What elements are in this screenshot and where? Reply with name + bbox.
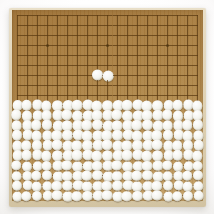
intersection[interactable] xyxy=(173,30,183,40)
white-stone[interactable] xyxy=(122,150,133,161)
intersection[interactable] xyxy=(153,70,163,80)
intersection[interactable] xyxy=(173,10,183,20)
intersection[interactable] xyxy=(42,100,52,110)
intersection[interactable] xyxy=(143,121,153,131)
intersection[interactable] xyxy=(22,111,32,121)
intersection[interactable] xyxy=(22,100,32,110)
intersection[interactable] xyxy=(143,80,153,90)
intersection[interactable] xyxy=(92,30,102,40)
white-stone[interactable] xyxy=(132,191,143,202)
intersection[interactable] xyxy=(113,30,123,40)
intersection[interactable] xyxy=(183,131,193,141)
intersection[interactable] xyxy=(22,60,32,70)
intersection[interactable] xyxy=(82,171,92,181)
intersection[interactable] xyxy=(12,50,22,60)
white-stone[interactable] xyxy=(32,191,43,202)
intersection[interactable] xyxy=(52,40,62,50)
intersection[interactable] xyxy=(72,161,82,171)
white-stone[interactable] xyxy=(12,130,23,141)
intersection[interactable] xyxy=(72,10,82,20)
intersection[interactable] xyxy=(32,121,42,131)
intersection[interactable] xyxy=(22,20,32,30)
white-stone[interactable] xyxy=(81,170,92,181)
white-stone[interactable] xyxy=(193,170,204,181)
intersection[interactable] xyxy=(113,60,123,70)
intersection[interactable] xyxy=(163,131,173,141)
intersection[interactable] xyxy=(143,100,153,110)
intersection[interactable] xyxy=(12,60,22,70)
intersection[interactable] xyxy=(62,60,72,70)
intersection[interactable] xyxy=(183,191,193,201)
intersection[interactable] xyxy=(113,80,123,90)
white-stone[interactable] xyxy=(112,160,123,171)
intersection[interactable] xyxy=(133,171,143,181)
white-stone[interactable] xyxy=(172,150,183,161)
intersection[interactable] xyxy=(72,30,82,40)
intersection[interactable] xyxy=(163,90,173,100)
intersection[interactable] xyxy=(62,50,72,60)
intersection[interactable] xyxy=(133,40,143,50)
intersection[interactable] xyxy=(62,70,72,80)
intersection[interactable] xyxy=(22,30,32,40)
intersection[interactable] xyxy=(92,151,102,161)
white-stone[interactable] xyxy=(193,190,204,201)
intersection[interactable] xyxy=(32,181,42,191)
intersection[interactable] xyxy=(82,121,92,131)
white-stone[interactable] xyxy=(102,140,113,151)
intersection[interactable] xyxy=(113,90,123,100)
intersection[interactable] xyxy=(193,40,203,50)
white-stone[interactable] xyxy=(182,170,193,181)
intersection[interactable] xyxy=(22,151,32,161)
intersection[interactable] xyxy=(82,60,92,70)
intersection[interactable] xyxy=(173,100,183,110)
intersection[interactable] xyxy=(133,50,143,60)
intersection[interactable] xyxy=(113,111,123,121)
white-stone[interactable] xyxy=(92,120,103,131)
intersection[interactable] xyxy=(52,80,62,90)
intersection[interactable] xyxy=(92,171,102,181)
white-stone[interactable] xyxy=(142,170,153,181)
white-stone[interactable] xyxy=(102,190,113,201)
intersection[interactable] xyxy=(52,30,62,40)
intersection[interactable] xyxy=(42,171,52,181)
intersection[interactable] xyxy=(102,30,112,40)
intersection[interactable] xyxy=(92,50,102,60)
white-stone[interactable] xyxy=(31,170,42,181)
white-stone[interactable] xyxy=(42,170,53,181)
intersection[interactable] xyxy=(102,80,112,90)
white-stone[interactable] xyxy=(82,191,93,202)
intersection[interactable] xyxy=(133,70,143,80)
intersection[interactable] xyxy=(22,50,32,60)
intersection[interactable] xyxy=(52,141,62,151)
white-stone[interactable] xyxy=(182,120,193,131)
intersection[interactable] xyxy=(123,111,133,121)
intersection[interactable] xyxy=(72,50,82,60)
intersection[interactable] xyxy=(32,40,42,50)
intersection[interactable] xyxy=(102,90,112,100)
intersection[interactable] xyxy=(153,30,163,40)
intersection[interactable] xyxy=(133,80,143,90)
intersection[interactable] xyxy=(102,10,112,20)
white-stone[interactable] xyxy=(61,160,72,171)
intersection[interactable] xyxy=(72,40,82,50)
intersection[interactable] xyxy=(163,30,173,40)
intersection[interactable] xyxy=(153,90,163,100)
intersection[interactable] xyxy=(153,80,163,90)
intersection[interactable] xyxy=(102,40,112,50)
intersection[interactable] xyxy=(12,80,22,90)
intersection[interactable] xyxy=(82,181,92,191)
white-stone[interactable] xyxy=(132,170,143,181)
intersection[interactable] xyxy=(72,111,82,121)
intersection[interactable] xyxy=(143,10,153,20)
star-point-icon xyxy=(46,44,49,47)
white-stone[interactable] xyxy=(81,120,92,131)
intersection[interactable] xyxy=(143,50,153,60)
intersection[interactable] xyxy=(123,10,133,20)
intersection[interactable] xyxy=(163,70,173,80)
intersection[interactable] xyxy=(52,90,62,100)
intersection[interactable] xyxy=(183,80,193,90)
intersection[interactable] xyxy=(92,121,102,131)
intersection[interactable] xyxy=(42,50,52,60)
intersection[interactable] xyxy=(193,151,203,161)
white-stone[interactable] xyxy=(142,120,153,131)
intersection[interactable] xyxy=(82,10,92,20)
intersection[interactable] xyxy=(12,40,22,50)
intersection[interactable] xyxy=(32,131,42,141)
intersection[interactable] xyxy=(153,10,163,20)
intersection[interactable] xyxy=(123,191,133,201)
intersection[interactable] xyxy=(92,70,102,80)
white-stone[interactable] xyxy=(92,170,103,181)
intersection[interactable] xyxy=(42,151,52,161)
intersection[interactable] xyxy=(143,171,153,181)
intersection[interactable] xyxy=(193,30,203,40)
intersection[interactable] xyxy=(153,40,163,50)
intersection[interactable] xyxy=(62,90,72,100)
intersection[interactable] xyxy=(173,80,183,90)
intersection[interactable] xyxy=(163,80,173,90)
intersection[interactable] xyxy=(193,141,203,151)
white-stone[interactable] xyxy=(122,100,133,111)
intersection[interactable] xyxy=(183,10,193,20)
intersection[interactable] xyxy=(123,80,133,90)
white-stone[interactable] xyxy=(193,120,204,131)
intersection[interactable] xyxy=(173,70,183,80)
white-stone[interactable] xyxy=(71,191,82,202)
white-stone[interactable] xyxy=(12,180,23,191)
intersection[interactable] xyxy=(193,60,203,70)
intersection[interactable] xyxy=(173,161,183,171)
intersection[interactable] xyxy=(92,40,102,50)
intersection[interactable] xyxy=(72,80,82,90)
intersection[interactable] xyxy=(163,10,173,20)
intersection[interactable] xyxy=(32,30,42,40)
intersection[interactable] xyxy=(42,80,52,90)
white-stone[interactable] xyxy=(62,180,73,191)
intersection[interactable] xyxy=(82,40,92,50)
intersection[interactable] xyxy=(82,30,92,40)
intersection[interactable] xyxy=(153,60,163,70)
intersection[interactable] xyxy=(193,10,203,20)
intersection[interactable] xyxy=(193,20,203,30)
intersection[interactable] xyxy=(183,50,193,60)
intersection[interactable] xyxy=(163,181,173,191)
intersection[interactable] xyxy=(183,40,193,50)
intersection[interactable] xyxy=(72,20,82,30)
intersection[interactable] xyxy=(52,50,62,60)
intersection[interactable] xyxy=(42,90,52,100)
intersection[interactable] xyxy=(52,191,62,201)
white-stone[interactable] xyxy=(52,190,63,201)
intersection[interactable] xyxy=(72,70,82,80)
intersection[interactable] xyxy=(143,70,153,80)
intersection[interactable] xyxy=(12,30,22,40)
intersection[interactable] xyxy=(42,10,52,20)
intersection[interactable] xyxy=(102,191,112,201)
intersection[interactable] xyxy=(82,80,92,90)
white-stone[interactable] xyxy=(11,160,22,171)
intersection[interactable] xyxy=(133,121,143,131)
intersection[interactable] xyxy=(113,181,123,191)
intersection[interactable] xyxy=(163,40,173,50)
white-stone[interactable] xyxy=(11,110,22,121)
intersection[interactable] xyxy=(173,191,183,201)
intersection[interactable] xyxy=(193,50,203,60)
intersection[interactable] xyxy=(133,131,143,141)
intersection[interactable] xyxy=(163,60,173,70)
intersection[interactable] xyxy=(113,161,123,171)
intersection[interactable] xyxy=(72,100,82,110)
white-stone[interactable] xyxy=(62,130,73,141)
intersection[interactable] xyxy=(173,60,183,70)
intersection[interactable] xyxy=(72,191,82,201)
intersection[interactable] xyxy=(22,10,32,20)
intersection[interactable] xyxy=(193,70,203,80)
intersection[interactable] xyxy=(62,111,72,121)
intersection[interactable] xyxy=(123,161,133,171)
white-stone[interactable] xyxy=(21,150,32,161)
intersection[interactable] xyxy=(193,90,203,100)
intersection[interactable] xyxy=(32,191,42,201)
intersection[interactable] xyxy=(193,191,203,201)
intersection[interactable] xyxy=(12,111,22,121)
white-stone[interactable] xyxy=(172,100,183,111)
white-stone[interactable] xyxy=(61,110,72,121)
intersection[interactable] xyxy=(143,90,153,100)
intersection[interactable] xyxy=(22,161,32,171)
intersection[interactable] xyxy=(102,20,112,30)
intersection[interactable] xyxy=(52,60,62,70)
intersection[interactable] xyxy=(92,10,102,20)
intersection[interactable] xyxy=(82,70,92,80)
intersection[interactable] xyxy=(163,50,173,60)
intersection[interactable] xyxy=(123,70,133,80)
intersection[interactable] xyxy=(123,100,133,110)
intersection[interactable] xyxy=(92,20,102,30)
intersection[interactable] xyxy=(193,171,203,181)
white-stone[interactable] xyxy=(42,120,53,131)
intersection[interactable] xyxy=(102,141,112,151)
intersection[interactable] xyxy=(183,70,193,80)
intersection[interactable] xyxy=(102,70,112,80)
intersection[interactable] xyxy=(12,161,22,171)
intersection[interactable] xyxy=(82,20,92,30)
white-stone[interactable] xyxy=(92,69,103,80)
intersection[interactable] xyxy=(113,50,123,60)
intersection[interactable] xyxy=(183,121,193,131)
intersection[interactable] xyxy=(143,40,153,50)
intersection[interactable] xyxy=(12,131,22,141)
intersection[interactable] xyxy=(163,20,173,30)
intersection[interactable] xyxy=(113,70,123,80)
intersection[interactable] xyxy=(113,20,123,30)
intersection[interactable] xyxy=(133,10,143,20)
white-stone[interactable] xyxy=(163,130,174,141)
intersection[interactable] xyxy=(22,191,32,201)
intersection[interactable] xyxy=(92,90,102,100)
intersection[interactable] xyxy=(32,20,42,30)
white-stone[interactable] xyxy=(112,110,123,121)
intersection[interactable] xyxy=(12,70,22,80)
intersection[interactable] xyxy=(123,20,133,30)
intersection[interactable] xyxy=(62,30,72,40)
intersection[interactable] xyxy=(173,50,183,60)
intersection[interactable] xyxy=(143,30,153,40)
intersection[interactable] xyxy=(32,10,42,20)
white-stone[interactable] xyxy=(163,180,174,191)
intersection[interactable] xyxy=(22,40,32,50)
white-stone[interactable] xyxy=(72,100,83,111)
intersection[interactable] xyxy=(42,60,52,70)
intersection[interactable] xyxy=(133,30,143,40)
intersection[interactable] xyxy=(12,10,22,20)
white-stone[interactable] xyxy=(122,191,133,202)
intersection[interactable] xyxy=(173,20,183,30)
white-stone[interactable] xyxy=(21,191,32,202)
intersection[interactable] xyxy=(113,10,123,20)
intersection[interactable] xyxy=(193,121,203,131)
intersection[interactable] xyxy=(173,111,183,121)
intersection[interactable] xyxy=(133,181,143,191)
intersection[interactable] xyxy=(183,30,193,40)
intersection[interactable] xyxy=(193,80,203,90)
white-stone[interactable] xyxy=(162,160,173,171)
intersection[interactable] xyxy=(163,161,173,171)
intersection[interactable] xyxy=(12,20,22,30)
intersection[interactable] xyxy=(12,181,22,191)
intersection[interactable] xyxy=(133,60,143,70)
white-stone[interactable] xyxy=(72,150,83,161)
intersection[interactable] xyxy=(62,40,72,50)
white-stone[interactable] xyxy=(162,110,173,121)
intersection[interactable] xyxy=(123,50,133,60)
intersection[interactable] xyxy=(143,151,153,161)
intersection[interactable] xyxy=(82,131,92,141)
intersection[interactable] xyxy=(123,30,133,40)
intersection[interactable] xyxy=(22,80,32,90)
intersection[interactable] xyxy=(82,50,92,60)
intersection[interactable] xyxy=(123,40,133,50)
intersection[interactable] xyxy=(183,60,193,70)
intersection[interactable] xyxy=(113,131,123,141)
intersection[interactable] xyxy=(183,171,193,181)
intersection[interactable] xyxy=(32,80,42,90)
intersection[interactable] xyxy=(153,50,163,60)
intersection[interactable] xyxy=(32,171,42,181)
intersection[interactable] xyxy=(62,131,72,141)
intersection[interactable] xyxy=(173,40,183,50)
white-stone[interactable] xyxy=(132,120,143,131)
intersection[interactable] xyxy=(123,151,133,161)
intersection[interactable] xyxy=(193,100,203,110)
intersection[interactable] xyxy=(143,20,153,30)
intersection[interactable] xyxy=(32,60,42,70)
white-stone[interactable] xyxy=(112,130,123,141)
white-stone[interactable] xyxy=(183,191,194,202)
intersection[interactable] xyxy=(102,50,112,60)
intersection[interactable] xyxy=(123,60,133,70)
intersection[interactable] xyxy=(72,151,82,161)
intersection[interactable] xyxy=(12,90,22,100)
intersection[interactable] xyxy=(102,60,112,70)
intersection[interactable] xyxy=(32,70,42,80)
intersection[interactable] xyxy=(62,80,72,90)
intersection[interactable] xyxy=(133,191,143,201)
white-stone[interactable] xyxy=(152,190,163,201)
intersection[interactable] xyxy=(183,20,193,30)
intersection[interactable] xyxy=(72,60,82,70)
intersection[interactable] xyxy=(52,10,62,20)
intersection[interactable] xyxy=(32,50,42,60)
intersection[interactable] xyxy=(143,60,153,70)
intersection[interactable] xyxy=(183,181,193,191)
intersection[interactable] xyxy=(133,20,143,30)
intersection[interactable] xyxy=(62,10,72,20)
intersection[interactable] xyxy=(92,100,102,110)
intersection[interactable] xyxy=(113,40,123,50)
intersection[interactable] xyxy=(92,80,102,90)
intersection[interactable] xyxy=(42,40,52,50)
white-stone[interactable] xyxy=(52,140,63,151)
intersection[interactable] xyxy=(153,191,163,201)
intersection[interactable] xyxy=(42,70,52,80)
intersection[interactable] xyxy=(62,181,72,191)
intersection[interactable] xyxy=(153,141,163,151)
white-stone[interactable] xyxy=(152,140,163,151)
intersection[interactable] xyxy=(82,191,92,201)
white-stone[interactable] xyxy=(193,140,204,151)
intersection[interactable] xyxy=(42,20,52,30)
intersection[interactable] xyxy=(173,151,183,161)
white-stone[interactable] xyxy=(31,120,42,131)
intersection[interactable] xyxy=(62,20,72,30)
intersection[interactable] xyxy=(62,161,72,171)
intersection[interactable] xyxy=(153,20,163,30)
intersection[interactable] xyxy=(163,111,173,121)
intersection[interactable] xyxy=(42,30,52,40)
intersection[interactable] xyxy=(52,20,62,30)
intersection[interactable] xyxy=(42,121,52,131)
white-stone[interactable] xyxy=(112,180,123,191)
intersection[interactable] xyxy=(22,70,32,80)
white-stone[interactable] xyxy=(21,100,32,111)
intersection[interactable] xyxy=(52,70,62,80)
white-stone[interactable] xyxy=(172,191,183,202)
